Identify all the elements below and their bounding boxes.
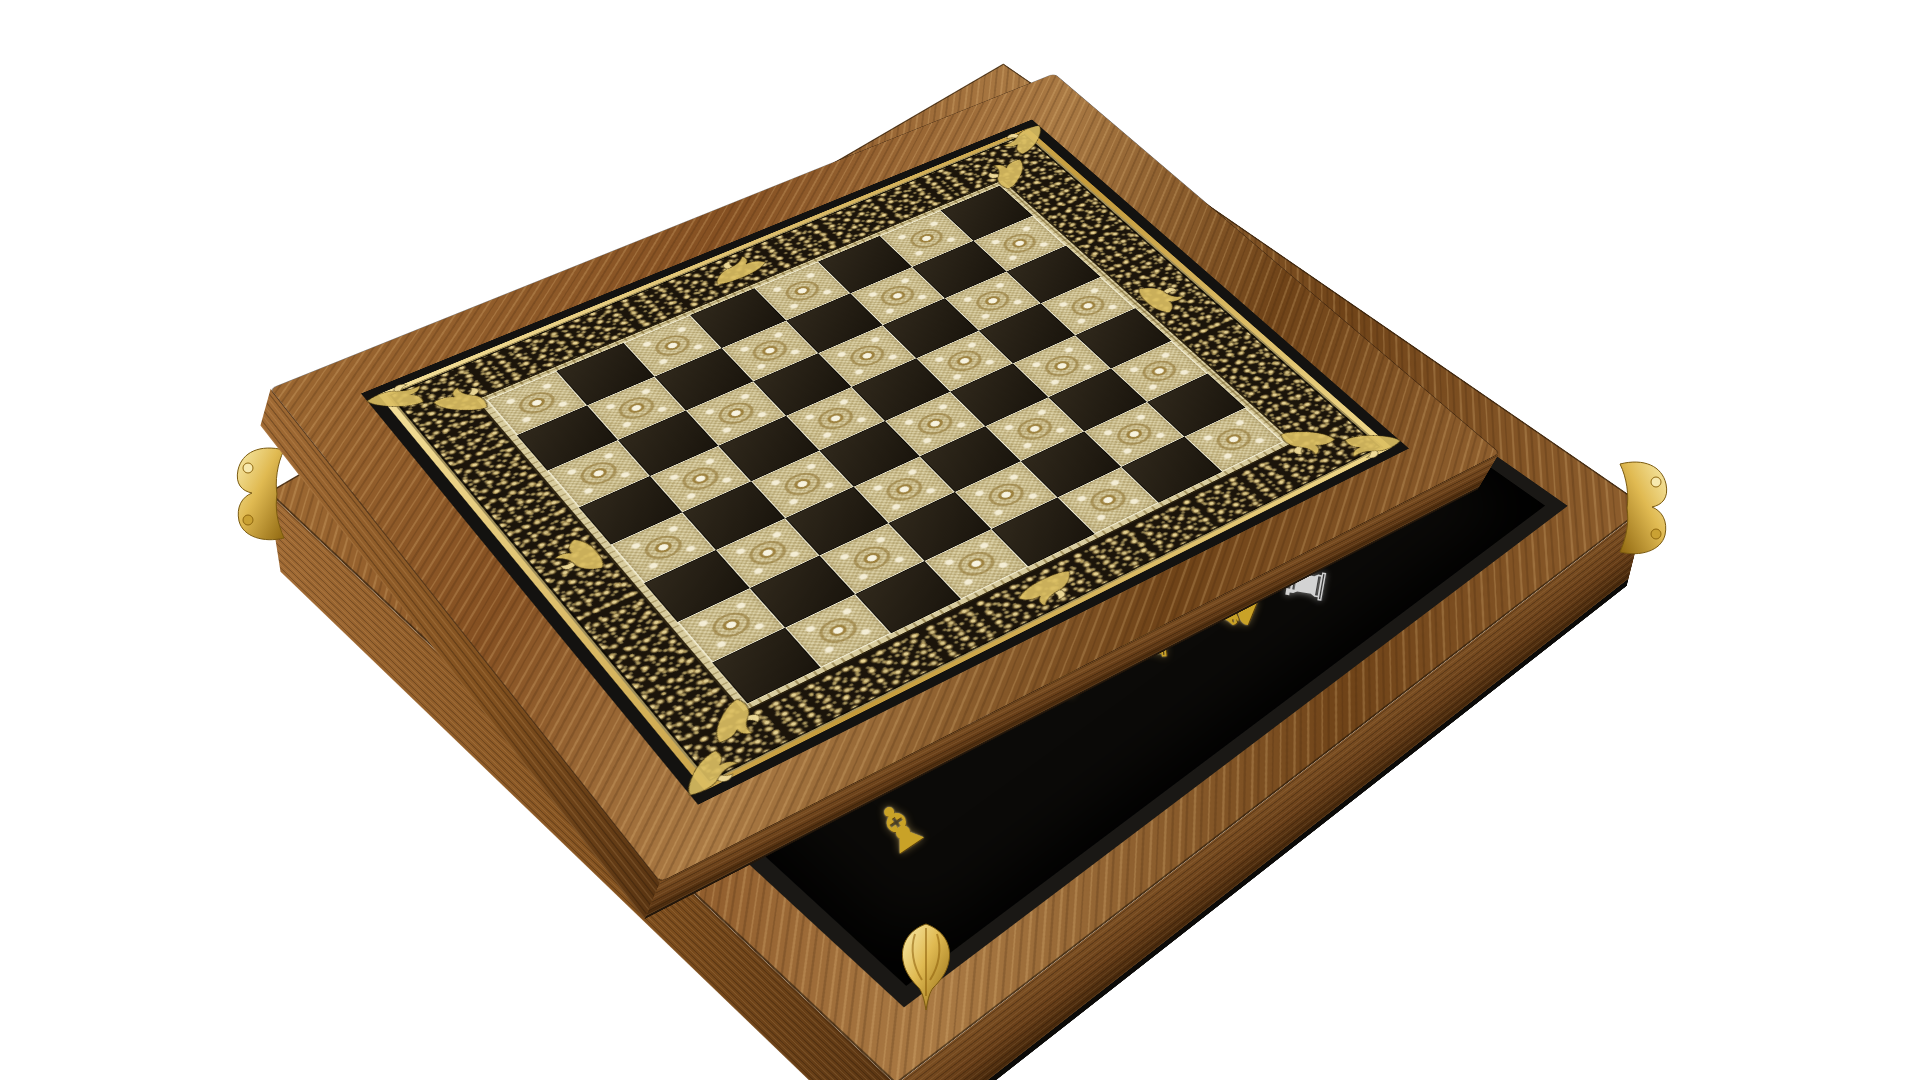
product-photo-scene: ♛♚♞♝♜♞♝♜ xyxy=(0,0,1920,1080)
square xyxy=(611,513,715,583)
gold-foot-right-icon xyxy=(1616,458,1672,558)
square xyxy=(715,518,819,588)
square xyxy=(547,440,649,507)
square xyxy=(819,421,920,487)
square xyxy=(924,529,1028,600)
square xyxy=(749,555,855,627)
griffin-ornament-icon xyxy=(1263,426,1412,463)
griffin-ornament-icon xyxy=(352,379,511,416)
square xyxy=(785,487,888,556)
square xyxy=(1121,437,1222,503)
square xyxy=(579,476,682,545)
gold-foot-front-icon xyxy=(894,922,958,1014)
square xyxy=(649,446,751,513)
square xyxy=(920,426,1021,492)
griffin-bird-icon xyxy=(543,532,616,586)
square xyxy=(712,628,820,704)
square xyxy=(1020,431,1121,497)
square xyxy=(718,416,819,482)
square xyxy=(855,561,961,633)
griffin-ornament-icon xyxy=(672,691,778,806)
square xyxy=(853,456,955,523)
square xyxy=(677,588,784,662)
chess-box-scene: ♛♚♞♝♜♞♝♜ xyxy=(0,0,1920,1080)
square xyxy=(682,481,785,550)
square xyxy=(819,523,923,594)
gold-foot-left-icon xyxy=(232,444,288,544)
square xyxy=(517,405,618,470)
square xyxy=(784,594,891,668)
square xyxy=(751,451,853,518)
square xyxy=(1057,467,1159,535)
square xyxy=(888,492,991,561)
square xyxy=(644,550,750,622)
square xyxy=(991,497,1094,566)
griffin-ornament-icon xyxy=(975,119,1053,195)
square xyxy=(955,461,1057,528)
square xyxy=(617,411,718,476)
griffin-bird-icon xyxy=(1009,563,1093,616)
